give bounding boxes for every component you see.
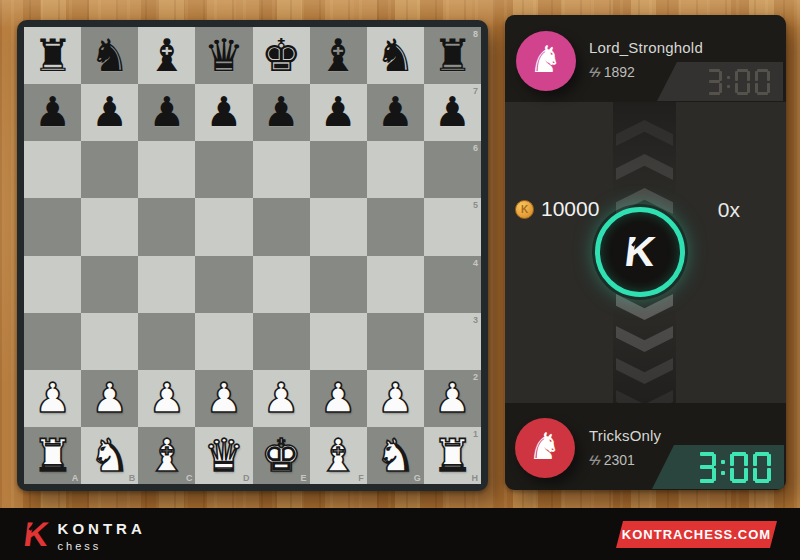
rank-label: 6	[473, 143, 478, 153]
square-d4[interactable]	[195, 256, 252, 313]
square-b1[interactable]: ♞B	[81, 427, 138, 484]
square-b8[interactable]: ♞	[81, 27, 138, 84]
square-h6[interactable]: 6	[424, 141, 481, 198]
file-label: F	[358, 473, 364, 483]
rank-label: 1	[473, 429, 478, 439]
square-c8[interactable]: ♝	[138, 27, 195, 84]
player-name-bottom: TricksOnly	[589, 427, 661, 444]
clock-colon	[721, 452, 725, 483]
square-f8[interactable]: ♝	[310, 27, 367, 84]
multiplier-value: 0x	[718, 198, 740, 222]
square-g2[interactable]: ♟	[367, 370, 424, 427]
black-bishop: ♝	[318, 33, 358, 78]
square-h7[interactable]: ♟7	[424, 84, 481, 141]
square-c1[interactable]: ♝C	[138, 427, 195, 484]
white-rook: ♜	[432, 433, 472, 478]
square-d6[interactable]	[195, 141, 252, 198]
square-f5[interactable]	[310, 198, 367, 255]
square-b4[interactable]	[81, 256, 138, 313]
rank-label: 3	[473, 315, 478, 325]
clock-digit-0	[753, 452, 771, 483]
square-e2[interactable]: ♟	[253, 370, 310, 427]
square-g8[interactable]: ♞	[367, 27, 424, 84]
square-h8[interactable]: ♜8	[424, 27, 481, 84]
white-pawn: ♟	[263, 378, 300, 419]
square-c6[interactable]	[138, 141, 195, 198]
brand-name: KONTRA	[58, 520, 146, 537]
square-f7[interactable]: ♟	[310, 84, 367, 141]
rank-label: 8	[473, 29, 478, 39]
knight-icon: ♞	[528, 428, 561, 465]
black-pawn: ♟	[91, 92, 128, 133]
square-c2[interactable]: ♟	[138, 370, 195, 427]
square-a6[interactable]	[24, 141, 81, 198]
square-c5[interactable]	[138, 198, 195, 255]
chevron-up-icon	[616, 154, 673, 180]
square-h2[interactable]: ♟2	[424, 370, 481, 427]
square-a3[interactable]	[24, 313, 81, 370]
square-h4[interactable]: 4	[424, 256, 481, 313]
game-screen: ♜♞♝♛♚♝♞♜8♟♟♟♟♟♟♟♟76543♟♟♟♟♟♟♟♟2♜A♞B♝C♛D♚…	[0, 0, 800, 560]
square-h3[interactable]: 3	[424, 313, 481, 370]
square-a1[interactable]: ♜A	[24, 427, 81, 484]
black-knight: ♞	[375, 33, 415, 78]
avatar-bottom: ♞	[515, 418, 575, 478]
square-b7[interactable]: ♟	[81, 84, 138, 141]
square-h1[interactable]: ♜1H	[424, 427, 481, 484]
square-a8[interactable]: ♜	[24, 27, 81, 84]
square-f6[interactable]	[310, 141, 367, 198]
site-url: KONTRACHESS.COM	[622, 527, 771, 542]
footer-bar: K KONTRA chess KONTRACHESS.COM	[0, 508, 800, 560]
coin-icon: K	[515, 200, 534, 219]
white-queen: ♛	[204, 433, 244, 478]
white-king: ♚	[261, 433, 301, 478]
clock-top	[657, 62, 783, 101]
square-e5[interactable]	[253, 198, 310, 255]
clock-digit-3	[698, 452, 716, 483]
black-pawn: ♟	[263, 92, 300, 133]
white-pawn: ♟	[148, 378, 185, 419]
chevron-down-icon	[616, 358, 673, 384]
rating-lightning-icon: ϟϟ	[587, 65, 601, 80]
black-pawn: ♟	[434, 92, 471, 133]
square-g6[interactable]	[367, 141, 424, 198]
kontra-k-icon: K	[622, 231, 658, 273]
square-f1[interactable]: ♝F	[310, 427, 367, 484]
stake-amount: 10000	[541, 197, 599, 221]
stake-row: K 10000	[515, 196, 599, 222]
knight-icon: ♞	[529, 41, 562, 78]
square-g3[interactable]	[367, 313, 424, 370]
kontrachess-site-badge[interactable]: KONTRACHESS.COM	[616, 521, 777, 548]
white-bishop: ♝	[147, 433, 187, 478]
square-g5[interactable]	[367, 198, 424, 255]
square-d3[interactable]	[195, 313, 252, 370]
avatar-top: ♞	[516, 31, 576, 91]
square-g7[interactable]: ♟	[367, 84, 424, 141]
clock-digit-0	[735, 69, 750, 95]
square-a7[interactable]: ♟	[24, 84, 81, 141]
square-d7[interactable]: ♟	[195, 84, 252, 141]
rating-value-top: 1892	[604, 64, 635, 80]
file-label: B	[129, 473, 136, 483]
file-label: E	[301, 473, 307, 483]
white-rook: ♜	[32, 433, 72, 478]
square-h5[interactable]: 5	[424, 198, 481, 255]
white-bishop: ♝	[318, 433, 358, 478]
white-knight: ♞	[90, 433, 130, 478]
square-a2[interactable]: ♟	[24, 370, 81, 427]
white-pawn: ♟	[434, 378, 471, 419]
brand-subtitle: chess	[58, 540, 146, 552]
player-rating-bottom: ϟϟ 2301	[589, 452, 635, 468]
square-e3[interactable]	[253, 313, 310, 370]
chevron-down-icon	[616, 294, 673, 320]
black-rook: ♜	[432, 33, 472, 78]
square-b6[interactable]	[81, 141, 138, 198]
square-d8[interactable]: ♛	[195, 27, 252, 84]
rank-label: 7	[473, 86, 478, 96]
square-c4[interactable]	[138, 256, 195, 313]
square-e4[interactable]	[253, 256, 310, 313]
kontra-brand: K KONTRA chess	[24, 516, 146, 552]
rating-value-bottom: 2301	[604, 452, 635, 468]
rank-label: 4	[473, 258, 478, 268]
file-label: A	[72, 473, 79, 483]
black-bishop: ♝	[147, 33, 187, 78]
file-label: D	[243, 473, 250, 483]
black-pawn: ♟	[206, 92, 243, 133]
clock-digit-0	[730, 452, 748, 483]
black-queen: ♛	[204, 33, 244, 78]
square-c7[interactable]: ♟	[138, 84, 195, 141]
square-f2[interactable]: ♟	[310, 370, 367, 427]
clock-digit-3	[707, 69, 722, 95]
square-b2[interactable]: ♟	[81, 370, 138, 427]
square-e7[interactable]: ♟	[253, 84, 310, 141]
chevron-up-icon	[616, 120, 673, 146]
square-d2[interactable]: ♟	[195, 370, 252, 427]
white-knight: ♞	[375, 433, 415, 478]
black-rook: ♜	[32, 33, 72, 78]
rank-label: 5	[473, 200, 478, 210]
square-b5[interactable]	[81, 198, 138, 255]
square-g4[interactable]	[367, 256, 424, 313]
square-a5[interactable]	[24, 198, 81, 255]
black-pawn: ♟	[34, 92, 71, 133]
black-pawn: ♟	[377, 92, 414, 133]
player-name-top: Lord_Stronghold	[589, 39, 703, 56]
kontra-k-icon: K	[22, 517, 51, 551]
rating-lightning-icon: ϟϟ	[587, 453, 601, 468]
square-g1[interactable]: ♞G	[367, 427, 424, 484]
player-rating-top: ϟϟ 1892	[589, 64, 635, 80]
black-king: ♚	[261, 33, 301, 78]
white-pawn: ♟	[91, 378, 128, 419]
kontra-button[interactable]: K	[595, 207, 685, 297]
clock-colon	[727, 69, 730, 95]
white-pawn: ♟	[320, 378, 357, 419]
file-label: C	[186, 473, 193, 483]
square-e1[interactable]: ♚E	[253, 427, 310, 484]
rank-label: 2	[473, 372, 478, 382]
match-panel: ♞ Lord_Stronghold ϟϟ 1892 K 10000 0x K ♞…	[505, 15, 786, 490]
file-label: G	[414, 473, 421, 483]
clock-digit-0	[755, 69, 770, 95]
square-e6[interactable]	[253, 141, 310, 198]
white-pawn: ♟	[377, 378, 414, 419]
chevron-down-icon	[616, 326, 673, 352]
chess-board: ♜♞♝♛♚♝♞♜8♟♟♟♟♟♟♟♟76543♟♟♟♟♟♟♟♟2♜A♞B♝C♛D♚…	[24, 27, 481, 484]
square-b3[interactable]	[81, 313, 138, 370]
chess-board-frame: ♜♞♝♛♚♝♞♜8♟♟♟♟♟♟♟♟76543♟♟♟♟♟♟♟♟2♜A♞B♝C♛D♚…	[17, 20, 488, 491]
white-pawn: ♟	[206, 378, 243, 419]
square-c3[interactable]	[138, 313, 195, 370]
square-e8[interactable]: ♚	[253, 27, 310, 84]
square-a4[interactable]	[24, 256, 81, 313]
black-pawn: ♟	[320, 92, 357, 133]
square-d1[interactable]: ♛D	[195, 427, 252, 484]
square-f3[interactable]	[310, 313, 367, 370]
file-label: H	[472, 473, 479, 483]
black-knight: ♞	[90, 33, 130, 78]
clock-bottom	[652, 445, 784, 489]
square-f4[interactable]	[310, 256, 367, 313]
square-d5[interactable]	[195, 198, 252, 255]
white-pawn: ♟	[34, 378, 71, 419]
black-pawn: ♟	[148, 92, 185, 133]
